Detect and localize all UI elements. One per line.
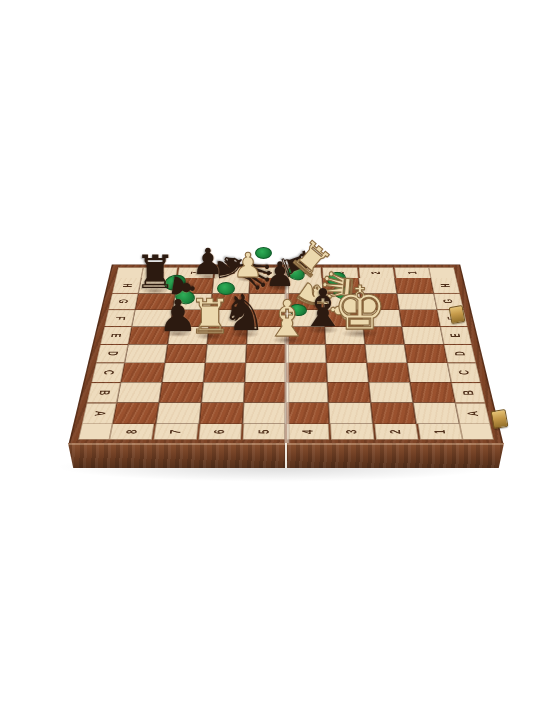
square — [124, 344, 167, 362]
square — [371, 403, 416, 424]
coordinate-cell: 8 — [109, 424, 154, 440]
coordinate-cell: 5 — [242, 424, 285, 440]
square — [407, 363, 451, 382]
coordinate-label: 3 — [345, 430, 360, 434]
coordinate-label: 8 — [124, 430, 139, 434]
square — [325, 344, 366, 362]
coordinate-cell: 2 — [374, 424, 418, 440]
coordinate-cell: C — [92, 363, 125, 382]
coordinate-label: 1 — [432, 430, 447, 434]
coordinate-label: H — [120, 284, 133, 288]
black-pawn-standing: ♟ — [265, 257, 295, 291]
coordinate-cell: E — [100, 327, 131, 344]
coordinate-label: D — [105, 351, 119, 355]
brass-latch — [449, 305, 466, 324]
square — [369, 382, 413, 402]
coordinate-cell: 3 — [330, 424, 373, 440]
white-pawn-standing: ♟ — [233, 248, 263, 282]
coordinate-label: E — [449, 333, 463, 337]
coordinate-label: 1 — [406, 271, 418, 274]
coordinate-cell: 1 — [418, 424, 463, 440]
coordinate-label: F — [113, 316, 126, 319]
coordinate-label: B — [461, 390, 476, 395]
coordinate-cell: A — [455, 403, 490, 424]
coordinate-label: A — [92, 411, 107, 416]
brass-latch — [491, 409, 509, 429]
square — [244, 382, 286, 402]
square — [112, 403, 159, 424]
coordinate-label: H — [439, 284, 452, 288]
square — [286, 382, 328, 402]
square — [395, 278, 434, 294]
coordinate-cell: E — [440, 327, 471, 344]
square — [404, 344, 447, 362]
square — [367, 363, 410, 382]
white-rook-standing: ♜ — [188, 292, 231, 340]
coordinate-label: A — [465, 411, 480, 416]
square — [245, 363, 286, 382]
square — [199, 403, 243, 424]
square — [397, 294, 437, 310]
square — [243, 403, 286, 424]
square — [286, 363, 327, 382]
black-pawn-standing: ♟ — [192, 244, 224, 280]
square — [117, 382, 162, 402]
coordinate-label: C — [457, 370, 472, 375]
square — [410, 382, 455, 402]
board-corner-cell — [78, 424, 112, 440]
white-bishop-standing: ♝ — [265, 294, 310, 344]
coordinate-label: 5 — [257, 430, 272, 434]
coordinate-label: 4 — [301, 430, 316, 434]
board-corner-cell — [460, 424, 494, 440]
square — [328, 403, 372, 424]
square — [162, 363, 205, 382]
square — [203, 363, 245, 382]
coordinate-cell: A — [82, 403, 117, 424]
square — [326, 363, 368, 382]
coordinate-cell: 1 — [394, 267, 431, 278]
board-front-edge — [68, 443, 504, 468]
white-king-standing: ♚ — [333, 278, 387, 338]
coordinate-label: E — [109, 333, 123, 337]
coordinate-label: 6 — [213, 430, 228, 434]
coordinate-cell: C — [448, 363, 481, 382]
coordinate-cell: B — [451, 383, 485, 403]
coordinate-label: C — [101, 370, 116, 375]
square — [413, 403, 460, 424]
square — [165, 344, 207, 362]
square — [365, 344, 407, 362]
coordinate-cell: D — [96, 345, 128, 363]
coordinate-cell: H — [431, 278, 460, 293]
square — [402, 327, 444, 345]
coordinate-label: B — [96, 390, 111, 395]
coordinate-label: 2 — [388, 430, 403, 434]
coordinate-label: D — [453, 351, 467, 355]
square — [327, 382, 370, 402]
coordinate-cell: F — [104, 310, 134, 326]
chess-set-product-photo: 87654321 87654321 HGFEDCBA HGFEDCBA ♜♟♟♜… — [0, 0, 540, 720]
coordinate-cell: 4 — [287, 424, 330, 440]
coordinate-label: G — [117, 299, 130, 303]
coordinate-cell: 6 — [198, 424, 241, 440]
square — [286, 403, 329, 424]
coordinate-label: 7 — [168, 430, 183, 434]
fold-seam-front — [285, 443, 287, 468]
square — [205, 344, 246, 362]
square — [201, 382, 244, 402]
coordinate-cell: B — [87, 383, 121, 403]
square — [156, 403, 201, 424]
square — [159, 382, 203, 402]
square — [399, 310, 440, 327]
coordinate-cell: 7 — [154, 424, 198, 440]
coordinate-cell: D — [444, 345, 476, 363]
coordinate-label: G — [442, 299, 455, 303]
square — [121, 363, 165, 382]
board-corner-cell — [429, 267, 457, 278]
